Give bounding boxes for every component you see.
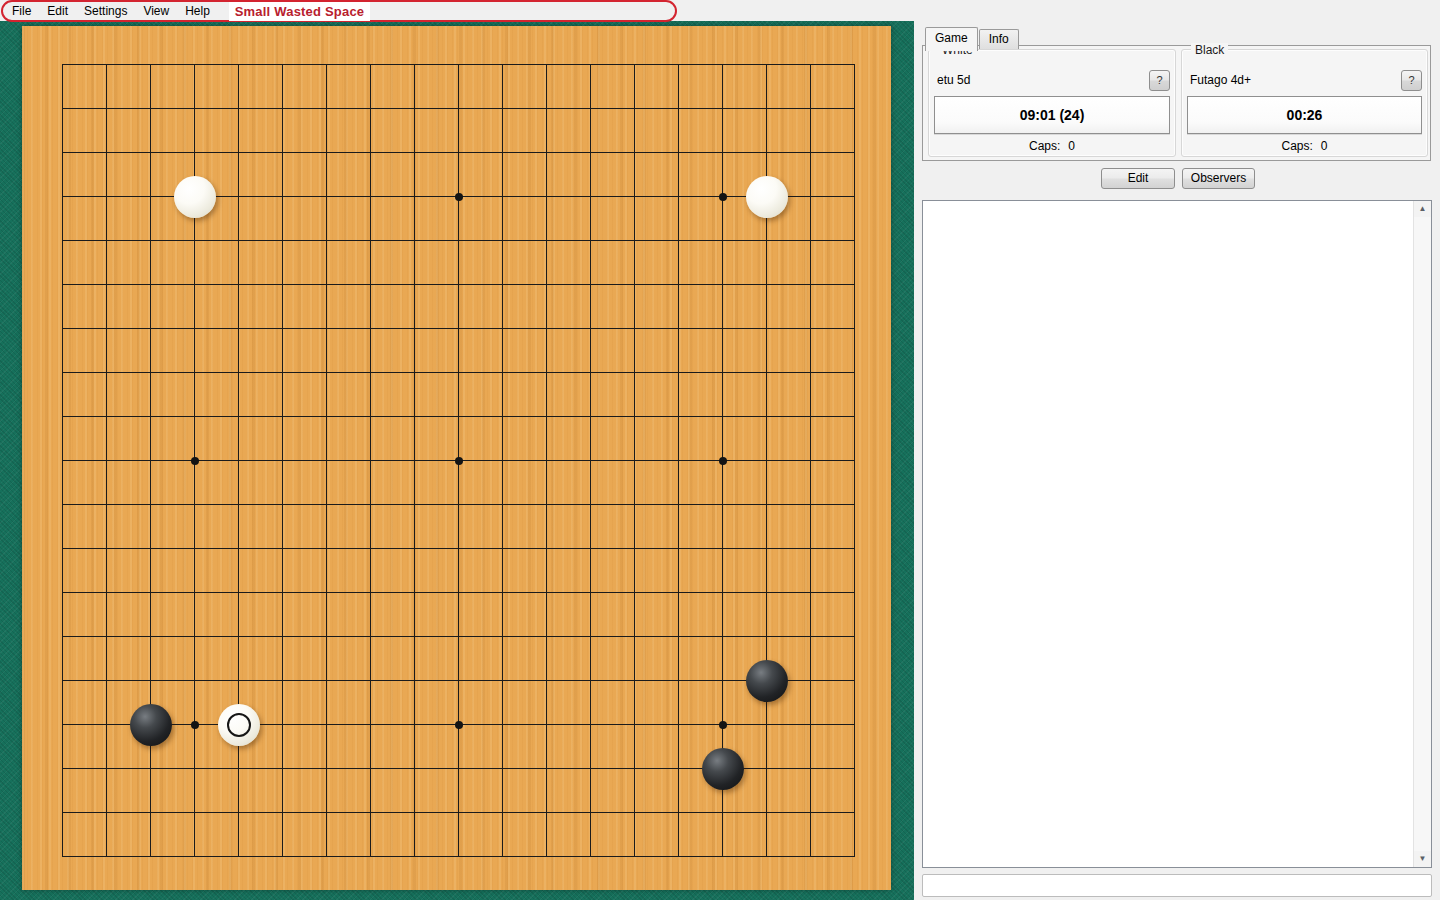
tab-info[interactable]: Info xyxy=(979,29,1019,49)
observers-button[interactable]: Observers xyxy=(1182,168,1255,189)
hoshi-point xyxy=(455,457,463,465)
hoshi-point xyxy=(455,721,463,729)
hoshi-point xyxy=(719,721,727,729)
white-player-group: White etu 5d ? 09:01 (24) Caps:0 xyxy=(928,49,1176,157)
black-caps-value: 0 xyxy=(1321,139,1328,153)
black-player-name: Futago 4d+ xyxy=(1190,73,1251,87)
scroll-down-icon[interactable]: ▼ xyxy=(1414,851,1431,867)
edit-button[interactable]: Edit xyxy=(1101,168,1175,189)
stone-E4 xyxy=(218,704,260,746)
hoshi-point xyxy=(455,193,463,201)
menu-help[interactable]: Help xyxy=(177,2,218,20)
stone-D16 xyxy=(174,176,216,218)
black-player-group: Black Futago 4d+ ? 00:26 Caps:0 xyxy=(1181,49,1428,157)
black-rank-help-button[interactable]: ? xyxy=(1401,70,1422,91)
hoshi-point xyxy=(719,193,727,201)
scroll-up-icon[interactable]: ▲ xyxy=(1414,201,1431,217)
go-board[interactable] xyxy=(22,26,891,890)
chat-scrollbar[interactable]: ▲ ▼ xyxy=(1413,201,1431,867)
stone-Q3 xyxy=(702,748,744,790)
side-panel: GameInfo White etu 5d ? 09:01 (24) Caps:… xyxy=(914,21,1440,900)
stone-R5 xyxy=(746,660,788,702)
white-clock: 09:01 (24) xyxy=(934,96,1170,134)
black-group-label: Black xyxy=(1191,43,1228,57)
tab-game[interactable]: Game xyxy=(925,27,978,51)
chat-input[interactable] xyxy=(922,874,1432,897)
last-move-marker xyxy=(227,713,251,737)
menu-edit[interactable]: Edit xyxy=(39,2,76,20)
black-captures: Caps:0 xyxy=(1182,139,1427,153)
menu-settings[interactable]: Settings xyxy=(76,2,135,20)
white-captures: Caps:0 xyxy=(929,139,1175,153)
stone-C4 xyxy=(130,704,172,746)
white-caps-label: Caps: xyxy=(1029,139,1060,153)
stone-R16 xyxy=(746,176,788,218)
hoshi-point xyxy=(191,721,199,729)
hoshi-point xyxy=(719,457,727,465)
game-tab-page: White etu 5d ? 09:01 (24) Caps:0 Black F… xyxy=(922,45,1431,161)
menu-bar: FileEditSettingsViewHelp xyxy=(0,0,1440,21)
white-caps-value: 0 xyxy=(1068,139,1075,153)
black-clock: 00:26 xyxy=(1187,96,1422,134)
hoshi-point xyxy=(191,457,199,465)
tab-strip: GameInfo xyxy=(925,27,1020,46)
chat-log[interactable]: ▲ ▼ xyxy=(922,200,1432,868)
menu-view[interactable]: View xyxy=(135,2,177,20)
menu-file[interactable]: File xyxy=(4,2,39,20)
white-rank-help-button[interactable]: ? xyxy=(1149,70,1170,91)
board-background xyxy=(0,21,914,900)
black-caps-label: Caps: xyxy=(1281,139,1312,153)
board-grid[interactable] xyxy=(62,64,855,857)
annotation-label: Small Wasted Space xyxy=(229,2,370,21)
white-player-name: etu 5d xyxy=(937,73,970,87)
